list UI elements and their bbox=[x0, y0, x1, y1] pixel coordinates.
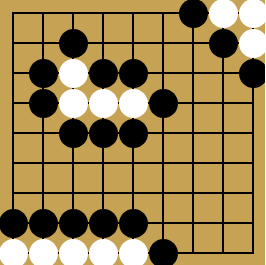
grid-line-h bbox=[12, 162, 254, 164]
stone-white[interactable] bbox=[239, 0, 266, 28]
stone-white[interactable] bbox=[59, 59, 88, 88]
stone-black[interactable] bbox=[59, 209, 88, 238]
stone-black[interactable] bbox=[119, 209, 148, 238]
stone-black[interactable] bbox=[89, 119, 118, 148]
stone-white[interactable] bbox=[29, 239, 58, 265]
stone-black[interactable] bbox=[149, 89, 178, 118]
stone-black[interactable] bbox=[29, 209, 58, 238]
stone-black[interactable] bbox=[179, 0, 208, 28]
stone-black[interactable] bbox=[29, 59, 58, 88]
stone-black[interactable] bbox=[59, 119, 88, 148]
stone-black[interactable] bbox=[0, 209, 28, 238]
stone-black[interactable] bbox=[149, 239, 178, 265]
stone-black[interactable] bbox=[89, 59, 118, 88]
stone-white[interactable] bbox=[0, 239, 28, 265]
stone-black[interactable] bbox=[209, 29, 238, 58]
stone-black[interactable] bbox=[119, 59, 148, 88]
go-board[interactable] bbox=[0, 0, 265, 265]
stone-white[interactable] bbox=[119, 89, 148, 118]
stone-white[interactable] bbox=[89, 239, 118, 265]
stone-white[interactable] bbox=[119, 239, 148, 265]
grid-line-v bbox=[192, 12, 194, 254]
stone-white[interactable] bbox=[89, 89, 118, 118]
stone-white[interactable] bbox=[59, 89, 88, 118]
stone-white[interactable] bbox=[59, 239, 88, 265]
stone-black[interactable] bbox=[239, 59, 266, 88]
grid-line-h bbox=[12, 192, 254, 194]
stone-white[interactable] bbox=[209, 0, 238, 28]
stone-black[interactable] bbox=[29, 89, 58, 118]
stone-black[interactable] bbox=[89, 209, 118, 238]
stone-black[interactable] bbox=[59, 29, 88, 58]
grid-line-v bbox=[162, 12, 164, 254]
stone-white[interactable] bbox=[239, 29, 266, 58]
stone-black[interactable] bbox=[119, 119, 148, 148]
